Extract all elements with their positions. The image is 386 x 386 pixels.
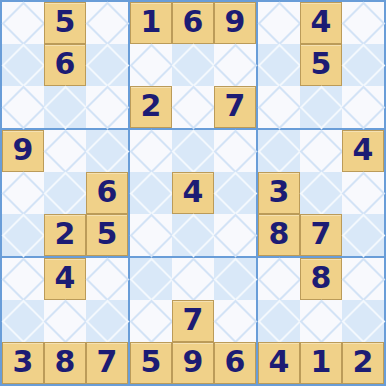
cell-r3c3[interactable] <box>86 86 128 128</box>
cell-r7c2: 4 <box>44 258 86 300</box>
cell-r9c5: 9 <box>172 342 214 384</box>
diamond-decoration <box>257 43 301 87</box>
given-digit: 2 <box>141 91 162 123</box>
given-digit: 8 <box>311 263 332 295</box>
cell-r6c5[interactable] <box>172 214 214 256</box>
block-r1c3: 45 <box>258 2 384 128</box>
cell-r9c1: 3 <box>2 342 44 384</box>
cell-r8c5: 7 <box>172 300 214 342</box>
cell-r7c8: 8 <box>300 258 342 300</box>
cell-r4c5[interactable] <box>172 130 214 172</box>
diamond-decoration <box>341 171 385 215</box>
diamond-decoration <box>213 43 257 87</box>
cell-r3c7[interactable] <box>258 86 300 128</box>
diamond-decoration <box>129 129 173 173</box>
cell-r1c2: 5 <box>44 2 86 44</box>
cell-r6c3: 5 <box>86 214 128 256</box>
cell-r4c7[interactable] <box>258 130 300 172</box>
diamond-decoration <box>129 171 173 215</box>
given-digit: 4 <box>353 135 374 167</box>
cell-r4c8[interactable] <box>300 130 342 172</box>
cell-r5c2[interactable] <box>44 172 86 214</box>
cell-r1c3[interactable] <box>86 2 128 44</box>
diamond-decoration <box>213 299 257 343</box>
given-digit: 1 <box>141 7 162 39</box>
diamond-decoration <box>171 85 215 129</box>
cell-r1c5: 6 <box>172 2 214 44</box>
given-digit: 2 <box>55 219 76 251</box>
diamond-decoration <box>213 129 257 173</box>
block-r3c2: 7596 <box>130 258 256 384</box>
diamond-decoration <box>341 213 385 257</box>
cell-r7c6[interactable] <box>214 258 256 300</box>
diamond-decoration <box>257 257 301 301</box>
cell-r2c1[interactable] <box>2 44 44 86</box>
given-digit: 6 <box>225 347 246 379</box>
given-digit: 7 <box>311 219 332 251</box>
cell-r7c9[interactable] <box>342 258 384 300</box>
block-r2c2: 4 <box>130 130 256 256</box>
diamond-decoration <box>341 257 385 301</box>
cell-r2c8: 5 <box>300 44 342 86</box>
diamond-decoration <box>85 85 129 129</box>
given-digit: 3 <box>13 347 34 379</box>
cell-r1c4: 1 <box>130 2 172 44</box>
cell-r4c1: 9 <box>2 130 44 172</box>
cell-r3c5[interactable] <box>172 86 214 128</box>
cell-r2c4[interactable] <box>130 44 172 86</box>
cell-r5c7: 3 <box>258 172 300 214</box>
cell-r5c8[interactable] <box>300 172 342 214</box>
block-r3c3: 8412 <box>258 258 384 384</box>
given-digit: 3 <box>269 177 290 209</box>
diamond-decoration <box>341 85 385 129</box>
cell-r5c3: 6 <box>86 172 128 214</box>
cell-r4c3[interactable] <box>86 130 128 172</box>
cell-r6c7: 8 <box>258 214 300 256</box>
given-digit: 8 <box>269 219 290 251</box>
diamond-decoration <box>299 171 343 215</box>
diamond-decoration <box>129 213 173 257</box>
cell-r9c6: 6 <box>214 342 256 384</box>
diamond-decoration <box>85 1 129 45</box>
cell-r2c5[interactable] <box>172 44 214 86</box>
diamond-decoration <box>129 257 173 301</box>
block-r2c1: 9625 <box>2 130 128 256</box>
given-digit: 5 <box>311 49 332 81</box>
cell-r9c3: 7 <box>86 342 128 384</box>
diamond-decoration <box>85 299 129 343</box>
diamond-decoration <box>1 85 45 129</box>
cell-r1c9[interactable] <box>342 2 384 44</box>
given-digit: 7 <box>225 91 246 123</box>
diamond-decoration <box>299 85 343 129</box>
given-digit: 4 <box>311 7 332 39</box>
block-r2c3: 4387 <box>258 130 384 256</box>
cell-r9c8: 1 <box>300 342 342 384</box>
given-digit: 4 <box>55 263 76 295</box>
cell-r8c3[interactable] <box>86 300 128 342</box>
given-digit: 8 <box>55 347 76 379</box>
diamond-decoration <box>1 171 45 215</box>
cell-r1c1[interactable] <box>2 2 44 44</box>
sudoku-board: 561692745962544387438775968412 <box>0 0 386 386</box>
cell-r7c3[interactable] <box>86 258 128 300</box>
cell-r2c2: 6 <box>44 44 86 86</box>
given-digit: 1 <box>311 347 332 379</box>
diamond-decoration <box>257 1 301 45</box>
cell-r5c9[interactable] <box>342 172 384 214</box>
given-digit: 7 <box>183 305 204 337</box>
cell-r4c6[interactable] <box>214 130 256 172</box>
given-digit: 4 <box>183 177 204 209</box>
cell-r9c7: 4 <box>258 342 300 384</box>
block-r1c1: 56 <box>2 2 128 128</box>
cell-r8c6[interactable] <box>214 300 256 342</box>
diamond-decoration <box>43 129 87 173</box>
diamond-decoration <box>341 1 385 45</box>
diamond-decoration <box>129 43 173 87</box>
diamond-decoration <box>257 129 301 173</box>
cell-r8c2[interactable] <box>44 300 86 342</box>
diamond-decoration <box>171 129 215 173</box>
cell-r8c8[interactable] <box>300 300 342 342</box>
cell-r7c5[interactable] <box>172 258 214 300</box>
diamond-decoration <box>257 85 301 129</box>
diamond-decoration <box>43 299 87 343</box>
diamond-decoration <box>85 257 129 301</box>
given-digit: 7 <box>97 347 118 379</box>
diamond-decoration <box>43 85 87 129</box>
diamond-decoration <box>129 299 173 343</box>
diamond-decoration <box>1 43 45 87</box>
diamond-decoration <box>213 257 257 301</box>
diamond-decoration <box>1 299 45 343</box>
cell-r6c2: 2 <box>44 214 86 256</box>
block-r1c2: 16927 <box>130 2 256 128</box>
diamond-decoration <box>299 299 343 343</box>
given-digit: 9 <box>225 7 246 39</box>
cell-r8c7[interactable] <box>258 300 300 342</box>
cell-r1c6: 9 <box>214 2 256 44</box>
cell-r5c1[interactable] <box>2 172 44 214</box>
diamond-decoration <box>341 43 385 87</box>
cell-r5c4[interactable] <box>130 172 172 214</box>
cell-r3c9[interactable] <box>342 86 384 128</box>
given-digit: 5 <box>55 7 76 39</box>
given-digit: 2 <box>353 347 374 379</box>
cell-r5c6[interactable] <box>214 172 256 214</box>
diamond-decoration <box>43 171 87 215</box>
diamond-decoration <box>213 213 257 257</box>
cell-r8c4[interactable] <box>130 300 172 342</box>
diamond-decoration <box>1 257 45 301</box>
cell-r9c2: 8 <box>44 342 86 384</box>
diamond-decoration <box>341 299 385 343</box>
cell-r9c9: 2 <box>342 342 384 384</box>
given-digit: 6 <box>55 49 76 81</box>
cell-r1c8: 4 <box>300 2 342 44</box>
cell-r7c4[interactable] <box>130 258 172 300</box>
cell-r7c7[interactable] <box>258 258 300 300</box>
diamond-decoration <box>299 129 343 173</box>
given-digit: 9 <box>183 347 204 379</box>
given-digit: 6 <box>97 177 118 209</box>
diamond-decoration <box>85 43 129 87</box>
cell-r4c2[interactable] <box>44 130 86 172</box>
cell-r8c9[interactable] <box>342 300 384 342</box>
cell-r2c9[interactable] <box>342 44 384 86</box>
given-digit: 9 <box>13 135 34 167</box>
diamond-decoration <box>213 171 257 215</box>
cell-r6c6[interactable] <box>214 214 256 256</box>
block-r3c1: 4387 <box>2 258 128 384</box>
cell-r9c4: 5 <box>130 342 172 384</box>
cell-r6c9[interactable] <box>342 214 384 256</box>
cell-r2c7[interactable] <box>258 44 300 86</box>
cell-r3c8[interactable] <box>300 86 342 128</box>
cell-r4c4[interactable] <box>130 130 172 172</box>
diamond-decoration <box>171 257 215 301</box>
cell-r3c1[interactable] <box>2 86 44 128</box>
given-digit: 5 <box>141 347 162 379</box>
cell-r2c3[interactable] <box>86 44 128 86</box>
cell-r6c1[interactable] <box>2 214 44 256</box>
diamond-decoration <box>1 213 45 257</box>
diamond-decoration <box>85 129 129 173</box>
diamond-decoration <box>171 213 215 257</box>
cell-r3c6: 7 <box>214 86 256 128</box>
cell-r7c1[interactable] <box>2 258 44 300</box>
cell-r3c4: 2 <box>130 86 172 128</box>
cell-r5c5: 4 <box>172 172 214 214</box>
diamond-decoration <box>257 299 301 343</box>
cell-r4c9: 4 <box>342 130 384 172</box>
cell-r2c6[interactable] <box>214 44 256 86</box>
diamond-decoration <box>1 1 45 45</box>
given-digit: 6 <box>183 7 204 39</box>
cell-r6c4[interactable] <box>130 214 172 256</box>
cell-r6c8: 7 <box>300 214 342 256</box>
diamond-decoration <box>171 43 215 87</box>
cell-r1c7[interactable] <box>258 2 300 44</box>
cell-r8c1[interactable] <box>2 300 44 342</box>
cell-r3c2[interactable] <box>44 86 86 128</box>
given-digit: 4 <box>269 347 290 379</box>
given-digit: 5 <box>97 219 118 251</box>
